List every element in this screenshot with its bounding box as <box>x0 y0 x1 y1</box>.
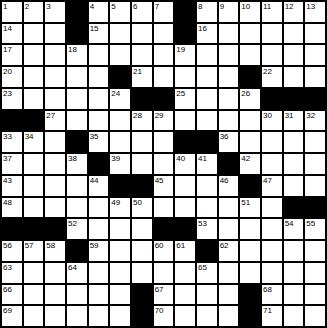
white-cell-r3c11[interactable] <box>219 45 239 65</box>
black-cell-r11c1 <box>2 219 22 239</box>
white-cell-r7c11[interactable]: 36 <box>219 132 239 152</box>
black-cell-r9c6 <box>110 176 130 196</box>
white-cell-r5c10[interactable] <box>197 89 217 109</box>
black-cell-r1c9 <box>175 2 195 22</box>
white-cell-r7c6[interactable] <box>110 132 130 152</box>
white-cell-r11c5[interactable] <box>89 219 109 239</box>
clue-number-17: 17 <box>3 45 12 54</box>
clue-number-24: 24 <box>111 89 120 98</box>
white-cell-r13c1[interactable]: 63 <box>2 263 22 283</box>
white-cell-r13c15[interactable] <box>305 263 325 283</box>
white-cell-r1c15[interactable]: 13 <box>305 2 325 22</box>
clue-number-27: 27 <box>46 111 55 120</box>
clue-number-26: 26 <box>241 89 250 98</box>
black-cell-r6c1 <box>2 111 22 131</box>
white-cell-r12c8[interactable]: 60 <box>154 241 174 261</box>
white-cell-r4c11[interactable] <box>219 67 239 87</box>
white-cell-r1c1[interactable]: 1 <box>2 2 22 22</box>
clue-number-60: 60 <box>155 241 164 250</box>
white-cell-r1c5[interactable]: 4 <box>89 2 109 22</box>
white-cell-r4c9[interactable] <box>175 67 195 87</box>
clue-number-45: 45 <box>155 176 164 185</box>
white-cell-r4c2[interactable] <box>24 67 44 87</box>
white-cell-r11c7[interactable] <box>132 219 152 239</box>
white-cell-r3c15[interactable] <box>305 45 325 65</box>
white-cell-r3c6[interactable] <box>110 45 130 65</box>
white-cell-r11c10[interactable]: 53 <box>197 219 217 239</box>
white-cell-r9c1[interactable]: 43 <box>2 176 22 196</box>
white-cell-r6c8[interactable]: 29 <box>154 111 174 131</box>
white-cell-r8c8[interactable] <box>154 154 174 174</box>
white-cell-r14c5[interactable] <box>89 285 109 305</box>
black-cell-r5c8 <box>154 89 174 109</box>
clue-number-10: 10 <box>241 2 250 11</box>
white-cell-r5c3[interactable] <box>45 89 65 109</box>
white-cell-r10c7[interactable]: 50 <box>132 198 152 218</box>
clue-number-22: 22 <box>263 67 272 76</box>
black-cell-r11c9 <box>175 219 195 239</box>
white-cell-r10c2[interactable] <box>24 198 44 218</box>
white-cell-r8c13[interactable] <box>262 154 282 174</box>
white-cell-r7c12[interactable] <box>240 132 260 152</box>
white-cell-r13c2[interactable] <box>24 263 44 283</box>
white-cell-r15c6[interactable] <box>110 306 130 326</box>
white-cell-r4c7[interactable]: 21 <box>132 67 152 87</box>
white-cell-r4c5[interactable] <box>89 67 109 87</box>
white-cell-r4c4[interactable] <box>67 67 87 87</box>
clue-number-3: 3 <box>46 2 50 11</box>
white-cell-r6c3[interactable]: 27 <box>45 111 65 131</box>
white-cell-r9c4[interactable] <box>67 176 87 196</box>
white-cell-r12c9[interactable]: 61 <box>175 241 195 261</box>
white-cell-r13c6[interactable] <box>110 263 130 283</box>
white-cell-r14c1[interactable]: 66 <box>2 285 22 305</box>
clue-number-15: 15 <box>90 24 99 33</box>
white-cell-r13c12[interactable] <box>240 263 260 283</box>
white-cell-r13c13[interactable] <box>262 263 282 283</box>
black-cell-r9c7 <box>132 176 152 196</box>
white-cell-r14c10[interactable] <box>197 285 217 305</box>
white-cell-r8c10[interactable]: 41 <box>197 154 217 174</box>
white-cell-r5c2[interactable] <box>24 89 44 109</box>
white-cell-r6c7[interactable]: 28 <box>132 111 152 131</box>
clue-number-71: 71 <box>263 306 272 315</box>
clue-number-36: 36 <box>220 132 229 141</box>
clue-number-38: 38 <box>68 154 77 163</box>
clue-number-11: 11 <box>263 2 271 11</box>
white-cell-r2c15[interactable] <box>305 24 325 44</box>
clue-number-39: 39 <box>111 154 120 163</box>
white-cell-r14c14[interactable] <box>284 285 304 305</box>
white-cell-r3c5[interactable] <box>89 45 109 65</box>
white-cell-r13c9[interactable] <box>175 263 195 283</box>
white-cell-r10c4[interactable] <box>67 198 87 218</box>
white-cell-r11c11[interactable] <box>219 219 239 239</box>
white-cell-r6c11[interactable] <box>219 111 239 131</box>
white-cell-r3c10[interactable] <box>197 45 217 65</box>
white-cell-r13c4[interactable]: 64 <box>67 263 87 283</box>
white-cell-r10c6[interactable]: 49 <box>110 198 130 218</box>
white-cell-r2c14[interactable] <box>284 24 304 44</box>
white-cell-r8c1[interactable]: 37 <box>2 154 22 174</box>
white-cell-r15c15[interactable] <box>305 306 325 326</box>
clue-number-68: 68 <box>263 285 272 294</box>
clue-number-70: 70 <box>155 306 164 315</box>
white-cell-r5c6[interactable]: 24 <box>110 89 130 109</box>
white-cell-r8c12[interactable]: 42 <box>240 154 260 174</box>
white-cell-r9c15[interactable] <box>305 176 325 196</box>
white-cell-r3c12[interactable] <box>240 45 260 65</box>
clue-number-43: 43 <box>3 176 12 185</box>
white-cell-r15c8[interactable]: 70 <box>154 306 174 326</box>
black-cell-r1c4 <box>67 2 87 22</box>
clue-number-37: 37 <box>3 154 12 163</box>
white-cell-r9c3[interactable] <box>45 176 65 196</box>
white-cell-r11c4[interactable]: 52 <box>67 219 87 239</box>
white-cell-r4c8[interactable] <box>154 67 174 87</box>
white-cell-r5c4[interactable] <box>67 89 87 109</box>
white-cell-r2c11[interactable] <box>219 24 239 44</box>
clue-number-14: 14 <box>3 24 12 33</box>
clue-number-18: 18 <box>68 45 77 54</box>
clue-number-7: 7 <box>155 2 159 11</box>
white-cell-r4c10[interactable] <box>197 67 217 87</box>
white-cell-r4c1[interactable]: 20 <box>2 67 22 87</box>
white-cell-r13c7[interactable] <box>132 263 152 283</box>
white-cell-r7c2[interactable]: 34 <box>24 132 44 152</box>
clue-number-64: 64 <box>68 263 77 272</box>
white-cell-r9c14[interactable] <box>284 176 304 196</box>
black-cell-r7c9 <box>175 132 195 152</box>
black-cell-r10c14 <box>284 198 304 218</box>
clue-number-25: 25 <box>176 89 185 98</box>
white-cell-r1c8[interactable]: 7 <box>154 2 174 22</box>
clue-number-57: 57 <box>25 241 34 250</box>
white-cell-r12c3[interactable]: 58 <box>45 241 65 261</box>
white-cell-r13c14[interactable] <box>284 263 304 283</box>
white-cell-r14c3[interactable] <box>45 285 65 305</box>
white-cell-r12c2[interactable]: 57 <box>24 241 44 261</box>
white-cell-r10c5[interactable] <box>89 198 109 218</box>
white-cell-r12c5[interactable]: 59 <box>89 241 109 261</box>
white-cell-r8c14[interactable] <box>284 154 304 174</box>
white-cell-r1c11[interactable]: 9 <box>219 2 239 22</box>
white-cell-r5c5[interactable] <box>89 89 109 109</box>
clue-number-30: 30 <box>263 111 272 120</box>
white-cell-r3c13[interactable] <box>262 45 282 65</box>
white-cell-r7c15[interactable] <box>305 132 325 152</box>
white-cell-r15c9[interactable] <box>175 306 195 326</box>
white-cell-r11c12[interactable] <box>240 219 260 239</box>
white-cell-r13c3[interactable] <box>45 263 65 283</box>
black-cell-r2c4 <box>67 24 87 44</box>
black-cell-r2c9 <box>175 24 195 44</box>
white-cell-r12c14[interactable] <box>284 241 304 261</box>
black-cell-r12c10 <box>197 241 217 261</box>
clue-number-56: 56 <box>3 241 12 250</box>
clue-number-54: 54 <box>285 219 294 228</box>
white-cell-r3c9[interactable]: 19 <box>175 45 195 65</box>
white-cell-r14c13[interactable]: 68 <box>262 285 282 305</box>
clue-number-9: 9 <box>220 2 224 11</box>
white-cell-r7c14[interactable] <box>284 132 304 152</box>
white-cell-r15c13[interactable]: 71 <box>262 306 282 326</box>
white-cell-r14c15[interactable] <box>305 285 325 305</box>
white-cell-r7c13[interactable] <box>262 132 282 152</box>
white-cell-r6c9[interactable] <box>175 111 195 131</box>
white-cell-r6c4[interactable] <box>67 111 87 131</box>
white-cell-r10c12[interactable]: 51 <box>240 198 260 218</box>
white-cell-r1c14[interactable]: 12 <box>284 2 304 22</box>
white-cell-r14c4[interactable] <box>67 285 87 305</box>
clue-number-21: 21 <box>133 67 142 76</box>
black-cell-r7c4 <box>67 132 87 152</box>
clue-number-55: 55 <box>306 219 315 228</box>
black-cell-r14c12 <box>240 285 260 305</box>
white-cell-r13c5[interactable] <box>89 263 109 283</box>
black-cell-r11c3 <box>45 219 65 239</box>
white-cell-r1c10[interactable]: 8 <box>197 2 217 22</box>
white-cell-r14c2[interactable] <box>24 285 44 305</box>
clue-number-58: 58 <box>46 241 55 250</box>
clue-number-40: 40 <box>176 154 185 163</box>
white-cell-r1c6[interactable]: 5 <box>110 2 130 22</box>
clue-number-2: 2 <box>25 2 29 11</box>
white-cell-r8c3[interactable] <box>45 154 65 174</box>
white-cell-r6c14[interactable]: 31 <box>284 111 304 131</box>
clue-number-12: 12 <box>285 2 294 11</box>
white-cell-r9c8[interactable]: 45 <box>154 176 174 196</box>
white-cell-r2c1[interactable]: 14 <box>2 24 22 44</box>
white-cell-r11c15[interactable]: 55 <box>305 219 325 239</box>
clue-number-4: 4 <box>90 2 94 11</box>
black-cell-r5c13 <box>262 89 282 109</box>
white-cell-r6c5[interactable] <box>89 111 109 131</box>
clue-number-46: 46 <box>220 176 229 185</box>
white-cell-r12c13[interactable] <box>262 241 282 261</box>
white-cell-r2c12[interactable] <box>240 24 260 44</box>
white-cell-r9c13[interactable]: 47 <box>262 176 282 196</box>
black-cell-r4c6 <box>110 67 130 87</box>
black-cell-r8c5 <box>89 154 109 174</box>
white-cell-r6c15[interactable]: 32 <box>305 111 325 131</box>
white-cell-r2c13[interactable] <box>262 24 282 44</box>
clue-number-41: 41 <box>198 154 207 163</box>
white-cell-r3c2[interactable] <box>24 45 44 65</box>
white-cell-r9c10[interactable] <box>197 176 217 196</box>
black-cell-r8c11 <box>219 154 239 174</box>
black-cell-r14c7 <box>132 285 152 305</box>
white-cell-r9c11[interactable]: 46 <box>219 176 239 196</box>
white-cell-r15c4[interactable] <box>67 306 87 326</box>
clue-number-32: 32 <box>306 111 315 120</box>
white-cell-r1c13[interactable]: 11 <box>262 2 282 22</box>
white-cell-r10c3[interactable] <box>45 198 65 218</box>
white-cell-r10c10[interactable] <box>197 198 217 218</box>
white-cell-r12c15[interactable] <box>305 241 325 261</box>
white-cell-r8c6[interactable]: 39 <box>110 154 130 174</box>
white-cell-r14c8[interactable]: 67 <box>154 285 174 305</box>
black-cell-r9c12 <box>240 176 260 196</box>
white-cell-r10c8[interactable] <box>154 198 174 218</box>
white-cell-r7c5[interactable]: 35 <box>89 132 109 152</box>
white-cell-r2c2[interactable] <box>24 24 44 44</box>
white-cell-r3c8[interactable] <box>154 45 174 65</box>
white-cell-r15c14[interactable] <box>284 306 304 326</box>
clue-number-51: 51 <box>241 198 250 207</box>
white-cell-r3c14[interactable] <box>284 45 304 65</box>
white-cell-r1c7[interactable]: 6 <box>132 2 152 22</box>
clue-number-8: 8 <box>198 2 202 11</box>
white-cell-r13c11[interactable] <box>219 263 239 283</box>
white-cell-r6c12[interactable] <box>240 111 260 131</box>
white-cell-r4c14[interactable] <box>284 67 304 87</box>
white-cell-r6c6[interactable] <box>110 111 130 131</box>
white-cell-r12c1[interactable]: 56 <box>2 241 22 261</box>
white-cell-r11c13[interactable] <box>262 219 282 239</box>
white-cell-r2c8[interactable] <box>154 24 174 44</box>
white-cell-r14c9[interactable] <box>175 285 195 305</box>
clue-number-65: 65 <box>198 263 207 272</box>
white-cell-r3c4[interactable]: 18 <box>67 45 87 65</box>
clue-number-29: 29 <box>155 111 164 120</box>
clue-number-63: 63 <box>3 263 12 272</box>
white-cell-r2c3[interactable] <box>45 24 65 44</box>
white-cell-r2c7[interactable] <box>132 24 152 44</box>
white-cell-r5c9[interactable]: 25 <box>175 89 195 109</box>
clue-number-5: 5 <box>111 2 115 11</box>
white-cell-r7c3[interactable] <box>45 132 65 152</box>
clue-number-61: 61 <box>176 241 185 250</box>
white-cell-r13c8[interactable] <box>154 263 174 283</box>
white-cell-r3c3[interactable] <box>45 45 65 65</box>
white-cell-r1c2[interactable]: 2 <box>24 2 44 22</box>
white-cell-r3c7[interactable] <box>132 45 152 65</box>
clue-number-42: 42 <box>241 154 250 163</box>
black-cell-r11c2 <box>24 219 44 239</box>
white-cell-r12c12[interactable] <box>240 241 260 261</box>
white-cell-r15c2[interactable] <box>24 306 44 326</box>
clue-number-6: 6 <box>133 2 137 11</box>
white-cell-r8c7[interactable] <box>132 154 152 174</box>
black-cell-r15c12 <box>240 306 260 326</box>
clue-number-44: 44 <box>90 176 99 185</box>
white-cell-r15c11[interactable] <box>219 306 239 326</box>
white-cell-r9c2[interactable] <box>24 176 44 196</box>
white-cell-r2c5[interactable]: 15 <box>89 24 109 44</box>
clue-number-53: 53 <box>198 219 207 228</box>
white-cell-r10c13[interactable] <box>262 198 282 218</box>
black-cell-r11c8 <box>154 219 174 239</box>
white-cell-r4c3[interactable] <box>45 67 65 87</box>
white-cell-r14c11[interactable] <box>219 285 239 305</box>
white-cell-r11c14[interactable]: 54 <box>284 219 304 239</box>
black-cell-r10c15 <box>305 198 325 218</box>
white-cell-r9c9[interactable] <box>175 176 195 196</box>
clue-number-16: 16 <box>198 24 207 33</box>
black-cell-r6c2 <box>24 111 44 131</box>
white-cell-r15c5[interactable] <box>89 306 109 326</box>
clue-number-59: 59 <box>90 241 99 250</box>
white-cell-r7c1[interactable]: 33 <box>2 132 22 152</box>
clue-number-20: 20 <box>3 67 12 76</box>
clue-number-1: 1 <box>3 2 7 11</box>
white-cell-r1c3[interactable]: 3 <box>45 2 65 22</box>
white-cell-r10c1[interactable]: 48 <box>2 198 22 218</box>
white-cell-r5c11[interactable] <box>219 89 239 109</box>
clue-number-62: 62 <box>220 241 229 250</box>
white-cell-r14c6[interactable] <box>110 285 130 305</box>
black-cell-r15c7 <box>132 306 152 326</box>
clue-number-48: 48 <box>3 198 12 207</box>
black-cell-r7c10 <box>197 132 217 152</box>
clue-number-52: 52 <box>68 219 77 228</box>
white-cell-r5c1[interactable]: 23 <box>2 89 22 109</box>
white-cell-r6c10[interactable] <box>197 111 217 131</box>
clue-number-67: 67 <box>155 285 164 294</box>
white-cell-r7c8[interactable] <box>154 132 174 152</box>
white-cell-r8c4[interactable]: 38 <box>67 154 87 174</box>
white-cell-r10c11[interactable] <box>219 198 239 218</box>
white-cell-r8c2[interactable] <box>24 154 44 174</box>
white-cell-r8c15[interactable] <box>305 154 325 174</box>
white-cell-r2c6[interactable] <box>110 24 130 44</box>
white-cell-r12c7[interactable] <box>132 241 152 261</box>
white-cell-r8c9[interactable]: 40 <box>175 154 195 174</box>
white-cell-r15c10[interactable] <box>197 306 217 326</box>
white-cell-r5c12[interactable]: 26 <box>240 89 260 109</box>
clue-number-47: 47 <box>263 176 272 185</box>
black-cell-r5c15 <box>305 89 325 109</box>
clue-number-35: 35 <box>90 132 99 141</box>
clue-number-49: 49 <box>111 198 120 207</box>
white-cell-r10c9[interactable] <box>175 198 195 218</box>
white-cell-r4c15[interactable] <box>305 67 325 87</box>
crossword-grid: 1234567891011121314151617181920212223242… <box>0 0 327 328</box>
white-cell-r11c6[interactable] <box>110 219 130 239</box>
white-cell-r12c6[interactable] <box>110 241 130 261</box>
clue-number-23: 23 <box>3 89 12 98</box>
clue-number-31: 31 <box>285 111 294 120</box>
black-cell-r5c14 <box>284 89 304 109</box>
clue-number-28: 28 <box>133 111 142 120</box>
clue-number-69: 69 <box>3 306 12 315</box>
clue-number-19: 19 <box>176 45 185 54</box>
white-cell-r3c1[interactable]: 17 <box>2 45 22 65</box>
white-cell-r15c3[interactable] <box>45 306 65 326</box>
white-cell-r7c7[interactable] <box>132 132 152 152</box>
white-cell-r6c13[interactable]: 30 <box>262 111 282 131</box>
white-cell-r4c13[interactable]: 22 <box>262 67 282 87</box>
white-cell-r12c11[interactable]: 62 <box>219 241 239 261</box>
black-cell-r5c7 <box>132 89 152 109</box>
clue-number-33: 33 <box>3 132 12 141</box>
clue-number-34: 34 <box>25 132 34 141</box>
clue-number-66: 66 <box>3 285 12 294</box>
clue-number-50: 50 <box>133 198 142 207</box>
black-cell-r4c12 <box>240 67 260 87</box>
black-cell-r12c4 <box>67 241 87 261</box>
clue-number-13: 13 <box>306 2 315 11</box>
white-cell-r15c1[interactable]: 69 <box>2 306 22 326</box>
white-cell-r9c5[interactable]: 44 <box>89 176 109 196</box>
white-cell-r2c10[interactable]: 16 <box>197 24 217 44</box>
white-cell-r13c10[interactable]: 65 <box>197 263 217 283</box>
white-cell-r1c12[interactable]: 10 <box>240 2 260 22</box>
